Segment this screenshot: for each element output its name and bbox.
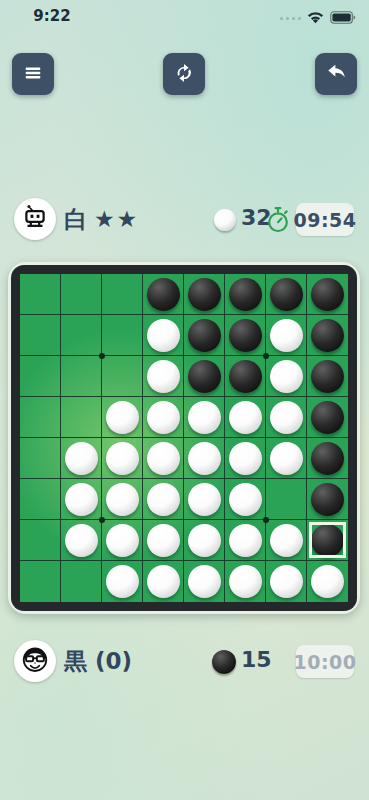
- white-stone: [270, 360, 303, 393]
- cell-g7[interactable]: [266, 520, 307, 561]
- cell-d3[interactable]: [143, 356, 184, 397]
- white-stone: [188, 483, 221, 516]
- white-stone: [106, 483, 139, 516]
- cell-e1[interactable]: [184, 274, 225, 315]
- white-stone: [147, 524, 180, 557]
- cell-e8[interactable]: [184, 561, 225, 602]
- black-player-name: 黒 (0): [64, 646, 132, 677]
- white-stone: [229, 483, 262, 516]
- cell-c6[interactable]: [102, 479, 143, 520]
- cell-a6[interactable]: [20, 479, 61, 520]
- white-stone: [229, 524, 262, 557]
- white-stone: [106, 524, 139, 557]
- cell-d4[interactable]: [143, 397, 184, 438]
- white-stone: [147, 319, 180, 352]
- black-player-row: 黒 (0) 15 10:00: [0, 640, 369, 684]
- white-stone: [147, 442, 180, 475]
- black-stone: [188, 360, 221, 393]
- cell-a3[interactable]: [20, 356, 61, 397]
- cell-f2[interactable]: [225, 315, 266, 356]
- robot-icon: [21, 203, 49, 235]
- white-stone: [270, 401, 303, 434]
- black-stone: [311, 319, 344, 352]
- undo-button[interactable]: [315, 53, 357, 95]
- cell-d2[interactable]: [143, 315, 184, 356]
- cell-b2[interactable]: [61, 315, 102, 356]
- black-stone: [311, 278, 344, 311]
- cell-c4[interactable]: [102, 397, 143, 438]
- cell-f6[interactable]: [225, 479, 266, 520]
- battery-icon: [330, 9, 356, 28]
- black-stone: [270, 278, 303, 311]
- undo-arrow-icon: [325, 61, 348, 87]
- refresh-icon: [173, 62, 195, 87]
- white-stone: [229, 565, 262, 598]
- black-stone-count: 15: [241, 647, 272, 672]
- black-stone: [229, 360, 262, 393]
- cell-d8[interactable]: [143, 561, 184, 602]
- cell-g1[interactable]: [266, 274, 307, 315]
- white-stone: [270, 442, 303, 475]
- cell-c5[interactable]: [102, 438, 143, 479]
- cell-b1[interactable]: [61, 274, 102, 315]
- black-stone-indicator: [212, 650, 236, 674]
- cell-b4[interactable]: [61, 397, 102, 438]
- cell-d1[interactable]: [143, 274, 184, 315]
- black-stone: [188, 319, 221, 352]
- white-stone: [270, 319, 303, 352]
- cell-d7[interactable]: [143, 520, 184, 561]
- difficulty-stars: ★★: [94, 206, 139, 232]
- cell-g5[interactable]: [266, 438, 307, 479]
- cell-a1[interactable]: [20, 274, 61, 315]
- black-stone: [188, 278, 221, 311]
- cell-g2[interactable]: [266, 315, 307, 356]
- cell-e4[interactable]: [184, 397, 225, 438]
- wifi-icon: [307, 9, 324, 28]
- cell-h5[interactable]: [307, 438, 348, 479]
- cell-b6[interactable]: [61, 479, 102, 520]
- cell-g8[interactable]: [266, 561, 307, 602]
- black-stone: [311, 401, 344, 434]
- black-stone: [229, 278, 262, 311]
- app-screen: 9:22: [0, 0, 369, 800]
- white-avatar: [14, 198, 56, 240]
- cell-f1[interactable]: [225, 274, 266, 315]
- black-avatar: [14, 640, 56, 682]
- cell-e3[interactable]: [184, 356, 225, 397]
- black-stone: [311, 483, 344, 516]
- white-timer: 09:54: [296, 203, 354, 236]
- clock-time: 9:22: [24, 7, 80, 25]
- cell-h6[interactable]: [307, 479, 348, 520]
- cell-d6[interactable]: [143, 479, 184, 520]
- cell-e5[interactable]: [184, 438, 225, 479]
- black-stone: [311, 360, 344, 393]
- cell-h4[interactable]: [307, 397, 348, 438]
- white-stone: [188, 524, 221, 557]
- cell-a8[interactable]: [20, 561, 61, 602]
- cell-g6[interactable]: [266, 479, 307, 520]
- cell-a7[interactable]: [20, 520, 61, 561]
- white-player-row: 白★★ 32 09:54: [0, 198, 369, 242]
- cell-f4[interactable]: [225, 397, 266, 438]
- cell-a4[interactable]: [20, 397, 61, 438]
- person-glasses-icon: [20, 644, 50, 678]
- cell-e7[interactable]: [184, 520, 225, 561]
- white-stone: [147, 483, 180, 516]
- cell-h2[interactable]: [307, 315, 348, 356]
- white-stone: [147, 401, 180, 434]
- cell-d5[interactable]: [143, 438, 184, 479]
- cell-f5[interactable]: [225, 438, 266, 479]
- white-stone: [147, 360, 180, 393]
- white-stone: [270, 565, 303, 598]
- white-stone: [229, 401, 262, 434]
- cell-g4[interactable]: [266, 397, 307, 438]
- menu-button[interactable]: [12, 53, 54, 95]
- cell-e2[interactable]: [184, 315, 225, 356]
- cell-h8[interactable]: [307, 561, 348, 602]
- black-stone: [311, 442, 344, 475]
- cellular-signal-icon: [280, 17, 302, 21]
- white-stone: [65, 483, 98, 516]
- white-stone: [65, 524, 98, 557]
- black-stone: [311, 524, 344, 557]
- cell-b3[interactable]: [61, 356, 102, 397]
- black-stone: [229, 319, 262, 352]
- cell-a2[interactable]: [20, 315, 61, 356]
- white-stone: [270, 524, 303, 557]
- board: [20, 274, 348, 602]
- cell-a5[interactable]: [20, 438, 61, 479]
- white-stone: [147, 565, 180, 598]
- cell-h3[interactable]: [307, 356, 348, 397]
- white-stone: [65, 442, 98, 475]
- board-container: [8, 262, 360, 614]
- board-frame: [11, 265, 357, 611]
- cell-c1[interactable]: [102, 274, 143, 315]
- cell-b5[interactable]: [61, 438, 102, 479]
- hamburger-icon: [22, 62, 44, 87]
- cell-h1[interactable]: [307, 274, 348, 315]
- white-stone-indicator: [214, 209, 236, 231]
- cell-e6[interactable]: [184, 479, 225, 520]
- cell-c3[interactable]: [102, 356, 143, 397]
- white-stone: [188, 442, 221, 475]
- cell-f3[interactable]: [225, 356, 266, 397]
- white-stone: [106, 442, 139, 475]
- white-stone: [229, 442, 262, 475]
- white-stone: [188, 401, 221, 434]
- cell-c8[interactable]: [102, 561, 143, 602]
- status-bar: 9:22: [0, 0, 369, 30]
- cell-c2[interactable]: [102, 315, 143, 356]
- cell-c7[interactable]: [102, 520, 143, 561]
- cell-f8[interactable]: [225, 561, 266, 602]
- cell-h7[interactable]: [307, 520, 348, 561]
- black-stone: [147, 278, 180, 311]
- white-stone: [106, 401, 139, 434]
- white-stone: [188, 565, 221, 598]
- white-stone: [106, 565, 139, 598]
- cell-g3[interactable]: [266, 356, 307, 397]
- restart-button[interactable]: [163, 53, 205, 95]
- cell-f7[interactable]: [225, 520, 266, 561]
- white-player-name: 白★★: [64, 204, 139, 235]
- white-stone: [311, 565, 344, 598]
- cell-b8[interactable]: [61, 561, 102, 602]
- black-timer: 10:00: [296, 645, 354, 678]
- cell-b7[interactable]: [61, 520, 102, 561]
- stopwatch-icon: [265, 206, 291, 238]
